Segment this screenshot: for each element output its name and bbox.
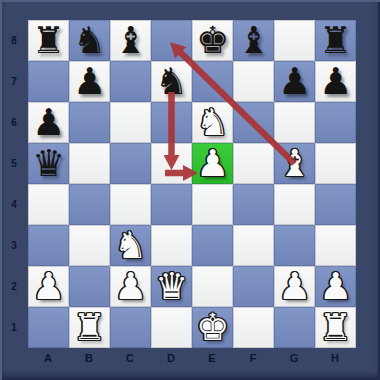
piece-white-bishop-g5: ♝ — [274, 143, 315, 184]
square-b5[interactable] — [69, 143, 110, 184]
piece-white-knight-c3: ♞ — [110, 225, 151, 266]
piece-black-pawn-g7: ♟ — [274, 61, 315, 102]
square-b6[interactable] — [69, 102, 110, 143]
square-h2[interactable]: ♟ — [315, 266, 356, 307]
square-e4[interactable] — [192, 184, 233, 225]
square-d5[interactable] — [151, 143, 192, 184]
chess-board: ♜♞♝♚♝♜♟♞♟♟♟♞♛♟♝♞♟♟♛♟♟♜♚♜ — [28, 20, 356, 348]
square-d3[interactable] — [151, 225, 192, 266]
square-f8[interactable]: ♝ — [233, 20, 274, 61]
square-b1[interactable]: ♜ — [69, 307, 110, 348]
square-b4[interactable] — [69, 184, 110, 225]
square-d8[interactable] — [151, 20, 192, 61]
file-label-b: B — [69, 348, 110, 374]
square-a5[interactable]: ♛ — [28, 143, 69, 184]
piece-black-pawn-b7: ♟ — [69, 61, 110, 102]
square-g3[interactable] — [274, 225, 315, 266]
file-label-f: F — [233, 348, 274, 374]
square-d1[interactable] — [151, 307, 192, 348]
rank-label-6: 6 — [0, 102, 28, 143]
square-g6[interactable] — [274, 102, 315, 143]
square-c8[interactable]: ♝ — [110, 20, 151, 61]
square-e6[interactable]: ♞ — [192, 102, 233, 143]
square-g8[interactable] — [274, 20, 315, 61]
square-e7[interactable] — [192, 61, 233, 102]
square-f6[interactable] — [233, 102, 274, 143]
square-a3[interactable] — [28, 225, 69, 266]
square-f3[interactable] — [233, 225, 274, 266]
square-c2[interactable]: ♟ — [110, 266, 151, 307]
square-f1[interactable] — [233, 307, 274, 348]
square-a6[interactable]: ♟ — [28, 102, 69, 143]
file-label-a: A — [28, 348, 69, 374]
file-label-c: C — [110, 348, 151, 374]
square-g5[interactable]: ♝ — [274, 143, 315, 184]
square-a7[interactable] — [28, 61, 69, 102]
square-e1[interactable]: ♚ — [192, 307, 233, 348]
square-a4[interactable] — [28, 184, 69, 225]
square-f2[interactable] — [233, 266, 274, 307]
square-c1[interactable] — [110, 307, 151, 348]
square-e5[interactable]: ♟ — [192, 143, 233, 184]
square-h6[interactable] — [315, 102, 356, 143]
square-f7[interactable] — [233, 61, 274, 102]
square-a1[interactable] — [28, 307, 69, 348]
square-c5[interactable] — [110, 143, 151, 184]
square-h7[interactable]: ♟ — [315, 61, 356, 102]
square-c6[interactable] — [110, 102, 151, 143]
square-h8[interactable]: ♜ — [315, 20, 356, 61]
square-e2[interactable] — [192, 266, 233, 307]
rank-label-4: 4 — [0, 184, 28, 225]
file-label-g: G — [274, 348, 315, 374]
rank-labels: 87654321 — [0, 20, 28, 348]
square-h3[interactable] — [315, 225, 356, 266]
piece-white-knight-e6: ♞ — [192, 102, 233, 143]
piece-black-knight-d7: ♞ — [151, 61, 192, 102]
piece-black-pawn-a6: ♟ — [28, 102, 69, 143]
piece-white-queen-d2: ♛ — [151, 266, 192, 307]
piece-white-rook-b1: ♜ — [69, 307, 110, 348]
square-e3[interactable] — [192, 225, 233, 266]
piece-black-pawn-h7: ♟ — [315, 61, 356, 102]
square-h1[interactable]: ♜ — [315, 307, 356, 348]
rank-label-7: 7 — [0, 61, 28, 102]
piece-white-pawn-g2: ♟ — [274, 266, 315, 307]
rank-label-3: 3 — [0, 225, 28, 266]
square-d7[interactable]: ♞ — [151, 61, 192, 102]
piece-white-pawn-c2: ♟ — [110, 266, 151, 307]
square-d2[interactable]: ♛ — [151, 266, 192, 307]
piece-white-king-e1: ♚ — [192, 307, 233, 348]
piece-white-pawn-a2: ♟ — [28, 266, 69, 307]
square-c7[interactable] — [110, 61, 151, 102]
square-g2[interactable]: ♟ — [274, 266, 315, 307]
board-frame: 87654321 ♜♞♝♚♝♜♟♞♟♟♟♞♛♟♝♞♟♟♛♟♟♜♚♜ ABCDEF… — [0, 0, 380, 380]
square-c3[interactable]: ♞ — [110, 225, 151, 266]
file-labels: ABCDEFGH — [28, 348, 356, 374]
square-d4[interactable] — [151, 184, 192, 225]
rank-label-8: 8 — [0, 20, 28, 61]
file-label-h: H — [315, 348, 356, 374]
file-label-d: D — [151, 348, 192, 374]
piece-black-bishop-c8: ♝ — [110, 20, 151, 61]
square-a2[interactable]: ♟ — [28, 266, 69, 307]
rank-label-5: 5 — [0, 143, 28, 184]
square-b8[interactable]: ♞ — [69, 20, 110, 61]
square-h5[interactable] — [315, 143, 356, 184]
piece-black-rook-h8: ♜ — [315, 20, 356, 61]
square-a8[interactable]: ♜ — [28, 20, 69, 61]
rank-label-2: 2 — [0, 266, 28, 307]
piece-black-bishop-f8: ♝ — [233, 20, 274, 61]
square-g4[interactable] — [274, 184, 315, 225]
piece-black-king-e8: ♚ — [192, 20, 233, 61]
piece-white-pawn-e5: ♟ — [192, 143, 233, 184]
square-g7[interactable]: ♟ — [274, 61, 315, 102]
piece-black-queen-a5: ♛ — [28, 143, 69, 184]
piece-black-rook-a8: ♜ — [28, 20, 69, 61]
piece-white-pawn-h2: ♟ — [315, 266, 356, 307]
square-e8[interactable]: ♚ — [192, 20, 233, 61]
square-h4[interactable] — [315, 184, 356, 225]
square-g1[interactable] — [274, 307, 315, 348]
square-f4[interactable] — [233, 184, 274, 225]
piece-black-knight-b8: ♞ — [69, 20, 110, 61]
piece-white-rook-h1: ♜ — [315, 307, 356, 348]
square-b2[interactable] — [69, 266, 110, 307]
square-b3[interactable] — [69, 225, 110, 266]
square-c4[interactable] — [110, 184, 151, 225]
file-label-e: E — [192, 348, 233, 374]
rank-label-1: 1 — [0, 307, 28, 348]
square-d6[interactable] — [151, 102, 192, 143]
square-b7[interactable]: ♟ — [69, 61, 110, 102]
square-f5[interactable] — [233, 143, 274, 184]
